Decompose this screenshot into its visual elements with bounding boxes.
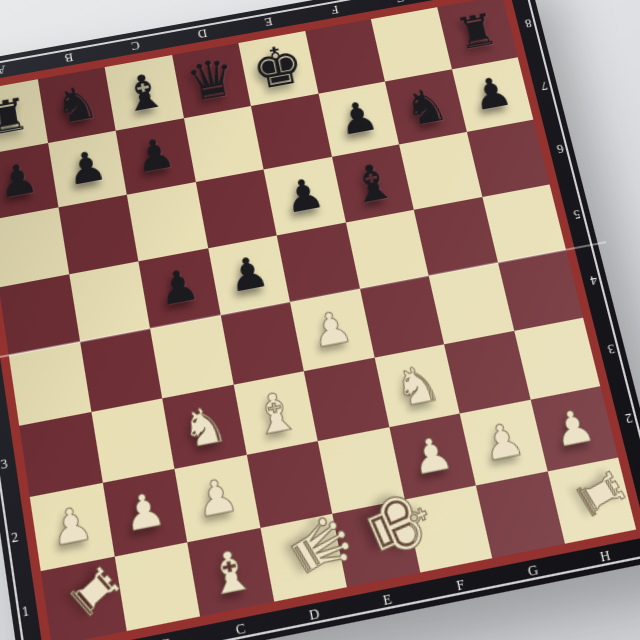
black-bishop-f6: ♝ — [331, 144, 413, 222]
square-e4: ♟ — [290, 289, 374, 371]
board-frame: ABCDEFGH ABCDEFGH 87654321 87654321 ♜♞♝♛… — [0, 0, 640, 640]
square-h3 — [514, 317, 601, 400]
square-d8: ♛ — [172, 43, 251, 118]
table-surface: ABCDEFGH ABCDEFGH 87654321 87654321 ♜♞♝♛… — [0, 0, 640, 640]
square-c3: ♞ — [162, 384, 246, 469]
square-d3: ♝ — [233, 371, 318, 455]
square-c1: ♝ — [187, 527, 274, 616]
square-c2: ♟ — [174, 455, 259, 542]
black-pawn-d5: ♟ — [208, 235, 290, 315]
square-d1: ♛ — [260, 513, 347, 602]
white-knight-f3: ♞ — [374, 344, 460, 427]
square-e8: ♚ — [238, 31, 318, 105]
white-pawn-b2: ♟ — [102, 469, 187, 556]
square-b7: ♟ — [48, 130, 127, 207]
square-c7: ♟ — [116, 118, 196, 195]
square-d4 — [220, 302, 304, 384]
square-c5: ♟ — [138, 248, 220, 329]
square-h1: ♜ — [547, 457, 636, 544]
white-pawn-c2: ♟ — [174, 455, 259, 542]
square-d5: ♟ — [208, 235, 290, 315]
black-pawn-b7: ♟ — [48, 130, 127, 207]
square-h5 — [482, 184, 566, 263]
square-h7: ♟ — [451, 57, 533, 132]
black-queen-d8: ♛ — [172, 43, 251, 118]
white-knight-c3: ♞ — [162, 384, 246, 469]
white-pawn-e4: ♟ — [290, 289, 374, 371]
square-f3: ♞ — [374, 344, 460, 427]
black-king-e8: ♚ — [238, 31, 318, 105]
square-f6: ♝ — [331, 144, 413, 222]
square-h4 — [497, 250, 582, 331]
chess-board: ABCDEFGH ABCDEFGH 87654321 87654321 ♜♞♝♛… — [0, 0, 640, 640]
black-pawn-h7: ♟ — [451, 57, 533, 132]
white-bishop-d3: ♝ — [233, 371, 318, 455]
white-bishop-c1: ♝ — [187, 527, 274, 616]
black-pawn-c7: ♟ — [116, 118, 196, 195]
square-a1: ♜ — [41, 556, 126, 640]
square-h6 — [466, 120, 549, 197]
black-pawn-c5: ♟ — [138, 248, 220, 329]
square-b2: ♟ — [102, 469, 187, 556]
